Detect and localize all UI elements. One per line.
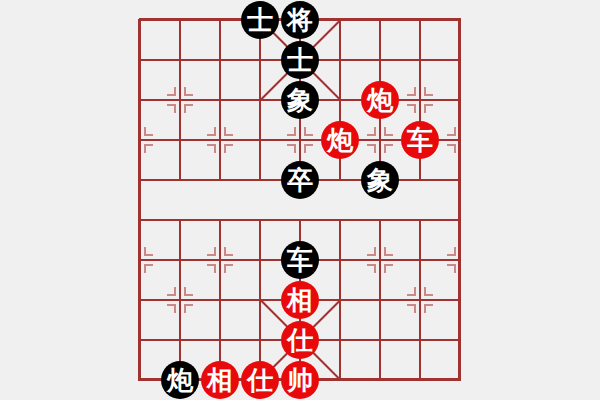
piece-black-soldier[interactable]: 卒: [281, 161, 319, 199]
point-marker-bracket: [184, 304, 193, 313]
point-marker-bracket: [407, 287, 416, 296]
piece-black-advisor[interactable]: 士: [281, 41, 319, 79]
point-marker-bracket: [384, 247, 393, 256]
point-marker-bracket: [384, 144, 393, 153]
point-marker-bracket: [207, 247, 216, 256]
point-marker-bracket: [384, 127, 393, 136]
point-marker-bracket: [424, 104, 433, 113]
point-marker-bracket: [207, 264, 216, 273]
point-marker-bracket: [144, 264, 153, 273]
piece-red-advisor[interactable]: 仕: [281, 321, 319, 359]
grid-line-vertical: [219, 19, 221, 181]
point-marker-bracket: [424, 87, 433, 96]
piece-black-general[interactable]: 将: [281, 1, 319, 39]
point-marker-bracket: [184, 104, 193, 113]
point-marker-bracket: [207, 144, 216, 153]
point-marker-bracket: [407, 304, 416, 313]
grid-line-vertical: [419, 219, 421, 381]
grid-line-vertical: [179, 19, 181, 181]
point-marker-bracket: [367, 264, 376, 273]
point-marker-bracket: [424, 304, 433, 313]
piece-red-cannon[interactable]: 炮: [321, 121, 359, 159]
point-marker-bracket: [304, 127, 313, 136]
point-marker-bracket: [144, 144, 153, 153]
point-marker-bracket: [224, 247, 233, 256]
point-marker-bracket: [144, 247, 153, 256]
point-marker-bracket: [447, 264, 456, 273]
point-marker-bracket: [167, 104, 176, 113]
point-marker-bracket: [367, 247, 376, 256]
point-marker-bracket: [184, 287, 193, 296]
point-marker-bracket: [367, 127, 376, 136]
piece-red-general[interactable]: 帅: [281, 361, 319, 399]
point-marker-bracket: [447, 127, 456, 136]
grid-line-vertical: [179, 219, 181, 381]
point-marker-bracket: [167, 304, 176, 313]
piece-red-elephant[interactable]: 相: [281, 281, 319, 319]
piece-black-elephant[interactable]: 象: [281, 81, 319, 119]
piece-red-chariot[interactable]: 车: [401, 121, 439, 159]
point-marker-bracket: [167, 87, 176, 96]
point-marker-bracket: [447, 144, 456, 153]
point-marker-bracket: [304, 144, 313, 153]
point-marker-bracket: [224, 264, 233, 273]
point-marker-bracket: [184, 87, 193, 96]
point-marker-bracket: [144, 127, 153, 136]
piece-black-elephant[interactable]: 象: [361, 161, 399, 199]
grid-line-vertical: [219, 219, 221, 381]
point-marker-bracket: [287, 144, 296, 153]
piece-red-cannon[interactable]: 炮: [361, 81, 399, 119]
grid-line-vertical: [379, 219, 381, 381]
point-marker-bracket: [167, 287, 176, 296]
xiangqi-board[interactable]: 士将士象炮炮车卒象车相仕炮相仕帅: [0, 0, 600, 400]
piece-black-chariot[interactable]: 车: [281, 241, 319, 279]
point-marker-bracket: [207, 127, 216, 136]
point-marker-bracket: [384, 264, 393, 273]
point-marker-bracket: [224, 127, 233, 136]
piece-red-advisor[interactable]: 仕: [241, 361, 279, 399]
point-marker-bracket: [367, 144, 376, 153]
grid-line-vertical: [458, 19, 461, 381]
point-marker-bracket: [447, 247, 456, 256]
grid-line-vertical: [138, 19, 141, 381]
point-marker-bracket: [407, 87, 416, 96]
piece-black-cannon[interactable]: 炮: [161, 361, 199, 399]
piece-black-advisor[interactable]: 士: [241, 1, 279, 39]
point-marker-bracket: [407, 104, 416, 113]
point-marker-bracket: [224, 144, 233, 153]
point-marker-bracket: [287, 127, 296, 136]
point-marker-bracket: [424, 287, 433, 296]
piece-red-elephant[interactable]: 相: [201, 361, 239, 399]
